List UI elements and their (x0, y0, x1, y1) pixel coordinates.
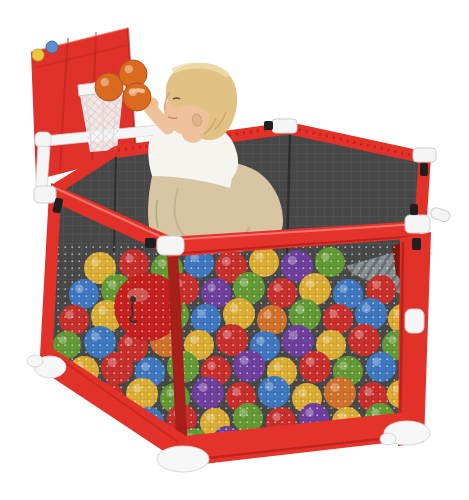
connector-back-middle (272, 119, 297, 133)
child-fingers (131, 90, 143, 92)
support-elbow (35, 132, 51, 147)
pole-black-right-top (420, 163, 428, 176)
pole-black-front-center (145, 238, 156, 248)
knob-yellow (32, 49, 44, 61)
connector-left (34, 186, 56, 203)
pole-black-back-middle (264, 121, 273, 130)
pole-black-fr-bottom (412, 238, 421, 250)
foot-front (157, 446, 209, 472)
connector-front-center (157, 236, 184, 255)
connector-right-top (413, 148, 436, 162)
held-ball (123, 83, 151, 111)
foot-left-toe (27, 355, 43, 367)
scene-svg (0, 0, 469, 500)
pole-black-fr-top (410, 204, 418, 215)
foot-right-toe (380, 433, 396, 445)
connector-front-right (405, 215, 430, 233)
product-photo (0, 0, 469, 500)
held-ball (95, 73, 123, 101)
connector-right-mid (405, 309, 424, 333)
knob-blue (46, 41, 58, 53)
